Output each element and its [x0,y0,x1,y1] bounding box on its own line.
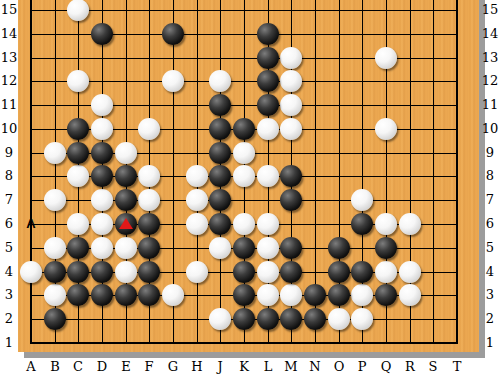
row-label-right-11: 11 [481,98,499,112]
stone-white-P3[interactable] [351,284,373,306]
col-label-S: S [424,360,442,374]
col-label-C: C [69,360,87,374]
row-label-right-4: 4 [481,265,499,279]
stone-white-F8[interactable] [138,165,160,187]
stone-white-R6[interactable] [399,213,421,235]
row-label-right-7: 7 [481,193,499,207]
grid-vline [433,0,434,344]
row-label-left-1: 1 [0,336,18,350]
row-label-right-15: 15 [481,3,499,17]
stone-black-F6[interactable] [138,213,160,235]
row-label-right-9: 9 [481,146,499,160]
stone-white-Q10[interactable] [375,118,397,140]
stone-white-E4[interactable] [115,261,137,283]
stone-white-C8[interactable] [67,165,89,187]
stone-black-L12[interactable] [257,70,279,92]
stone-black-P4[interactable] [351,261,373,283]
row-label-left-15: 15 [0,3,18,17]
row-label-right-2: 2 [481,312,499,326]
stone-black-C5[interactable] [67,237,89,259]
stone-black-P6[interactable] [351,213,373,235]
stone-white-H6[interactable] [186,213,208,235]
triangle-marker [119,218,133,229]
stone-white-C15[interactable] [67,0,89,21]
stone-black-J9[interactable] [209,142,231,164]
stone-black-J6[interactable] [209,213,231,235]
stone-white-M11[interactable] [280,94,302,116]
col-label-R: R [401,360,419,374]
row-label-left-11: 11 [0,98,18,112]
stone-white-A4[interactable] [20,261,42,283]
stone-black-E8[interactable] [115,165,137,187]
stone-black-Q3[interactable] [375,284,397,306]
stone-black-L14[interactable] [257,23,279,45]
row-label-left-7: 7 [0,193,18,207]
stone-black-L2[interactable] [257,308,279,330]
stone-black-M4[interactable] [280,261,302,283]
stone-white-M3[interactable] [280,284,302,306]
stone-black-M7[interactable] [280,189,302,211]
stone-white-Q13[interactable] [375,47,397,69]
stone-black-J10[interactable] [209,118,231,140]
stone-white-D10[interactable] [91,118,113,140]
row-label-left-5: 5 [0,241,18,255]
row-label-left-10: 10 [0,122,18,136]
stone-white-C6[interactable] [67,213,89,235]
stone-black-C4[interactable] [67,261,89,283]
stone-white-J5[interactable] [209,237,231,259]
stone-black-D9[interactable] [91,142,113,164]
stone-white-P2[interactable] [351,308,373,330]
stone-black-K4[interactable] [233,261,255,283]
grid-vline [456,0,458,344]
stone-white-K8[interactable] [233,165,255,187]
stone-black-O5[interactable] [328,237,350,259]
stone-black-K3[interactable] [233,284,255,306]
col-label-G: G [164,360,182,374]
stone-white-J12[interactable] [209,70,231,92]
stone-black-F4[interactable] [138,261,160,283]
col-label-B: B [46,360,64,374]
row-label-right-8: 8 [481,169,499,183]
stone-white-Q4[interactable] [375,261,397,283]
col-label-T: T [448,360,466,374]
stone-white-F10[interactable] [138,118,160,140]
stone-white-P7[interactable] [351,189,373,211]
stone-black-B4[interactable] [44,261,66,283]
stone-white-M13[interactable] [280,47,302,69]
row-label-left-3: 3 [0,288,18,302]
stone-black-D3[interactable] [91,284,113,306]
stone-white-E5[interactable] [115,237,137,259]
stone-white-D7[interactable] [91,189,113,211]
col-label-L: L [259,360,277,374]
stone-black-N3[interactable] [304,284,326,306]
stone-white-G12[interactable] [162,70,184,92]
row-label-left-2: 2 [0,312,18,326]
col-label-P: P [353,360,371,374]
stone-white-L4[interactable] [257,261,279,283]
row-label-right-13: 13 [481,51,499,65]
grid-vline [30,0,32,344]
stone-white-M10[interactable] [280,118,302,140]
stone-white-Q6[interactable] [375,213,397,235]
stone-white-D11[interactable] [91,94,113,116]
row-label-left-9: 9 [0,146,18,160]
stone-black-J7[interactable] [209,189,231,211]
col-label-Q: Q [377,360,395,374]
col-label-D: D [93,360,111,374]
col-label-O: O [330,360,348,374]
stone-black-K2[interactable] [233,308,255,330]
stone-white-G3[interactable] [162,284,184,306]
stone-white-R4[interactable] [399,261,421,283]
row-label-left-12: 12 [0,74,18,88]
stone-black-D14[interactable] [91,23,113,45]
stone-white-J2[interactable] [209,308,231,330]
stone-black-K5[interactable] [233,237,255,259]
col-label-F: F [140,360,158,374]
stone-white-D6[interactable] [91,213,113,235]
stone-white-L10[interactable] [257,118,279,140]
stone-black-J8[interactable] [209,165,231,187]
stone-black-O3[interactable] [328,284,350,306]
row-label-right-14: 14 [481,27,499,41]
stone-black-E7[interactable] [115,189,137,211]
stone-black-M2[interactable] [280,308,302,330]
stone-white-L8[interactable] [257,165,279,187]
stone-white-R3[interactable] [399,284,421,306]
stone-black-M5[interactable] [280,237,302,259]
stone-white-K6[interactable] [233,213,255,235]
stone-black-Q5[interactable] [375,237,397,259]
row-label-left-4: 4 [0,265,18,279]
stone-black-B2[interactable] [44,308,66,330]
stone-white-H4[interactable] [186,261,208,283]
row-label-right-5: 5 [481,241,499,255]
col-label-N: N [306,360,324,374]
col-label-H: H [188,360,206,374]
row-label-left-13: 13 [0,51,18,65]
board-label-A: A [23,216,39,232]
col-label-J: J [211,360,229,374]
stone-white-L3[interactable] [257,284,279,306]
row-label-left-14: 14 [0,27,18,41]
row-label-right-3: 3 [481,288,499,302]
row-label-right-1: 1 [481,336,499,350]
row-label-right-10: 10 [481,122,499,136]
stone-black-D8[interactable] [91,165,113,187]
stone-black-D4[interactable] [91,261,113,283]
board-shadow-bottom [24,352,485,358]
col-label-M: M [282,360,300,374]
stone-black-G14[interactable] [162,23,184,45]
stone-black-M8[interactable] [280,165,302,187]
stone-black-L13[interactable] [257,47,279,69]
stone-black-K10[interactable] [233,118,255,140]
go-client-screenshot: A 15151414131312121111101099887766554433… [0,0,500,380]
stone-white-C12[interactable] [67,70,89,92]
stone-white-B5[interactable] [44,237,66,259]
stone-white-H7[interactable] [186,189,208,211]
row-label-left-8: 8 [0,169,18,183]
stone-black-F5[interactable] [138,237,160,259]
row-label-left-6: 6 [0,217,18,231]
stone-white-B3[interactable] [44,284,66,306]
col-label-E: E [117,360,135,374]
stone-white-L5[interactable] [257,237,279,259]
stone-white-F7[interactable] [138,189,160,211]
stone-white-B7[interactable] [44,189,66,211]
stone-black-O4[interactable] [328,261,350,283]
stone-white-L6[interactable] [257,213,279,235]
stone-white-O2[interactable] [328,308,350,330]
stone-white-K9[interactable] [233,142,255,164]
stone-black-C10[interactable] [67,118,89,140]
stone-black-C9[interactable] [67,142,89,164]
stone-white-M12[interactable] [280,70,302,92]
stone-black-J11[interactable] [209,94,231,116]
stone-black-E3[interactable] [115,284,137,306]
stone-black-L11[interactable] [257,94,279,116]
stone-white-H8[interactable] [186,165,208,187]
stone-white-E9[interactable] [115,142,137,164]
col-label-K: K [235,360,253,374]
row-label-right-6: 6 [481,217,499,231]
stone-black-C3[interactable] [67,284,89,306]
stone-black-N2[interactable] [304,308,326,330]
col-label-A: A [22,360,40,374]
go-board[interactable]: A [18,0,479,352]
stone-white-D5[interactable] [91,237,113,259]
stone-black-F3[interactable] [138,284,160,306]
stone-white-B9[interactable] [44,142,66,164]
row-label-right-12: 12 [481,74,499,88]
